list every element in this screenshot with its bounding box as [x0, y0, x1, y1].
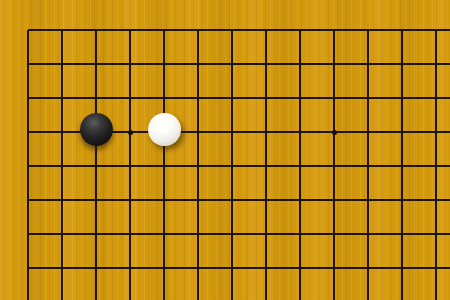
black-stone-C16[interactable] [80, 113, 113, 146]
grid-line-horizontal-5 [28, 165, 450, 167]
star-point-K16 [332, 130, 337, 135]
grid-line-horizontal-8 [28, 267, 450, 269]
go-board[interactable] [0, 0, 450, 300]
grid-line-horizontal-7 [28, 233, 450, 235]
go-app-window [0, 0, 450, 300]
star-point-D16 [128, 130, 133, 135]
grid-line-horizontal-3 [28, 97, 450, 99]
grid-line-horizontal-1 [28, 29, 450, 31]
grid-line-horizontal-2 [28, 63, 450, 65]
grid-line-horizontal-6 [28, 199, 450, 201]
white-stone-E16[interactable] [148, 113, 181, 146]
